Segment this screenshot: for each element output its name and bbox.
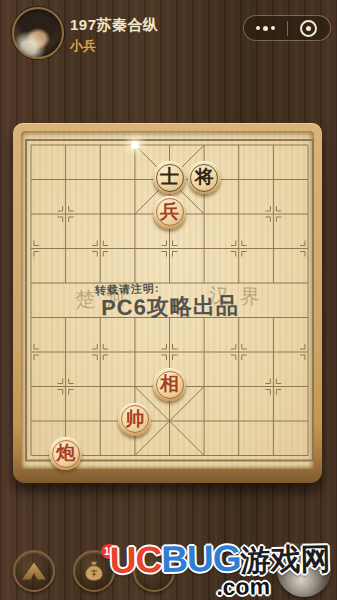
menu-button[interactable]	[13, 550, 55, 592]
piece-red-兵[interactable]: 兵	[153, 196, 186, 229]
exit-button[interactable]	[288, 16, 331, 40]
watermark-brand: PC6攻略出品	[101, 291, 239, 323]
piece-red-相[interactable]: 相	[153, 368, 186, 401]
chevron-up-icon	[22, 563, 46, 580]
site-watermark: UCBUG游戏网 .com	[109, 536, 331, 600]
more-button[interactable]	[244, 16, 287, 40]
piece-black-士[interactable]: 士	[153, 161, 186, 194]
piece-glyph: 相	[160, 374, 179, 393]
player-avatar[interactable]	[12, 7, 64, 59]
logo-cn: 游戏网	[240, 542, 331, 577]
miniprogram-capsule	[243, 15, 331, 41]
app-screen: 197苏秦合纵 小兵 楚河 汉界 转载请注明: PC6攻略出品 士将兵相帅炮	[0, 0, 337, 600]
more-dots-icon	[256, 26, 260, 30]
more-dots-icon	[271, 26, 275, 30]
piece-glyph: 帅	[125, 409, 144, 428]
last-move-marker	[131, 141, 139, 149]
money-bag-icon	[81, 558, 107, 584]
piece-glyph: 兵	[160, 202, 179, 221]
piece-glyph: 士	[160, 167, 179, 186]
piece-black-将[interactable]: 将	[188, 161, 221, 194]
piece-red-炮[interactable]: 炮	[49, 437, 82, 470]
piece-glyph: 炮	[56, 443, 75, 462]
more-dots-icon	[263, 26, 268, 31]
xiangqi-board[interactable]: 楚河 汉界 转载请注明: PC6攻略出品 士将兵相帅炮	[13, 123, 322, 483]
level-title: 197苏秦合纵	[70, 16, 159, 35]
logo-uc: UC	[109, 539, 161, 581]
piece-glyph: 将	[195, 167, 214, 186]
target-circle-icon	[300, 20, 317, 37]
top-bar: 197苏秦合纵 小兵	[0, 0, 337, 62]
piece-red-帅[interactable]: 帅	[118, 403, 151, 436]
rank-label: 小兵	[70, 37, 96, 55]
